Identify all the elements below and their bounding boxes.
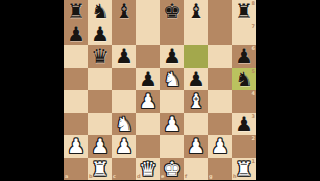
video-frame: ♜♞♝♚♝♜8♟♟7♛♟♟♟6♟♞♟♞5♟♝4♞♟♟3♟♟♟♟♟2a♜bc♛d♚… xyxy=(0,0,320,180)
square-c6[interactable]: ♟ xyxy=(112,45,136,68)
piece-black-pawn[interactable]: ♟ xyxy=(115,45,133,68)
square-b7[interactable]: ♟ xyxy=(88,23,112,46)
square-a3[interactable] xyxy=(64,113,88,136)
square-h5[interactable]: ♞5 xyxy=(232,68,256,91)
square-c7[interactable] xyxy=(112,23,136,46)
square-c3[interactable]: ♞ xyxy=(112,113,136,136)
square-h2[interactable]: 2 xyxy=(232,135,256,158)
piece-black-pawn[interactable]: ♟ xyxy=(67,23,85,46)
square-d2[interactable] xyxy=(136,135,160,158)
square-f1[interactable]: f xyxy=(184,158,208,181)
piece-black-pawn[interactable]: ♟ xyxy=(235,113,253,136)
square-g2[interactable]: ♟ xyxy=(208,135,232,158)
piece-white-knight[interactable]: ♞ xyxy=(163,68,181,91)
square-h3[interactable]: ♟3 xyxy=(232,113,256,136)
square-f6[interactable] xyxy=(184,45,208,68)
coordinate-file-a: a xyxy=(65,174,68,179)
square-e6[interactable]: ♟ xyxy=(160,45,184,68)
square-h4[interactable]: 4 xyxy=(232,90,256,113)
piece-white-king[interactable]: ♚ xyxy=(163,158,181,181)
square-d1[interactable]: ♛d xyxy=(136,158,160,181)
square-f2[interactable]: ♟ xyxy=(184,135,208,158)
square-c8[interactable]: ♝ xyxy=(112,0,136,23)
square-b4[interactable] xyxy=(88,90,112,113)
piece-white-pawn[interactable]: ♟ xyxy=(211,135,229,158)
piece-white-pawn[interactable]: ♟ xyxy=(163,113,181,136)
piece-black-rook[interactable]: ♜ xyxy=(67,0,85,23)
square-d7[interactable] xyxy=(136,23,160,46)
square-c4[interactable] xyxy=(112,90,136,113)
square-g8[interactable] xyxy=(208,0,232,23)
piece-black-rook[interactable]: ♜ xyxy=(235,0,253,23)
square-b5[interactable] xyxy=(88,68,112,91)
square-g6[interactable] xyxy=(208,45,232,68)
piece-white-rook[interactable]: ♜ xyxy=(235,158,253,181)
square-e5[interactable]: ♞ xyxy=(160,68,184,91)
piece-white-pawn[interactable]: ♟ xyxy=(115,135,133,158)
piece-black-bishop[interactable]: ♝ xyxy=(115,0,133,23)
square-b3[interactable] xyxy=(88,113,112,136)
coordinate-file-f: f xyxy=(185,174,187,179)
coordinate-file-g: g xyxy=(209,174,213,179)
piece-black-knight[interactable]: ♞ xyxy=(91,0,109,23)
piece-black-bishop[interactable]: ♝ xyxy=(187,0,205,23)
coordinate-file-c: c xyxy=(113,174,116,179)
piece-black-pawn[interactable]: ♟ xyxy=(91,23,109,46)
square-g5[interactable] xyxy=(208,68,232,91)
square-e4[interactable] xyxy=(160,90,184,113)
piece-black-queen[interactable]: ♛ xyxy=(91,45,109,68)
square-h1[interactable]: ♜1h xyxy=(232,158,256,181)
piece-white-pawn[interactable]: ♟ xyxy=(187,135,205,158)
square-f7[interactable] xyxy=(184,23,208,46)
square-f5[interactable]: ♟ xyxy=(184,68,208,91)
square-c1[interactable]: c xyxy=(112,158,136,181)
square-a5[interactable] xyxy=(64,68,88,91)
coordinate-rank-2: 2 xyxy=(252,136,255,141)
square-f8[interactable]: ♝ xyxy=(184,0,208,23)
piece-black-knight[interactable]: ♞ xyxy=(235,68,253,91)
piece-black-pawn[interactable]: ♟ xyxy=(235,45,253,68)
square-d8[interactable] xyxy=(136,0,160,23)
square-d6[interactable] xyxy=(136,45,160,68)
square-b8[interactable]: ♞ xyxy=(88,0,112,23)
square-f3[interactable] xyxy=(184,113,208,136)
square-h7[interactable]: 7 xyxy=(232,23,256,46)
square-b2[interactable]: ♟ xyxy=(88,135,112,158)
square-f4[interactable]: ♝ xyxy=(184,90,208,113)
square-e8[interactable]: ♚ xyxy=(160,0,184,23)
square-b6[interactable]: ♛ xyxy=(88,45,112,68)
square-d4[interactable]: ♟ xyxy=(136,90,160,113)
square-e1[interactable]: ♚e xyxy=(160,158,184,181)
square-g1[interactable]: g xyxy=(208,158,232,181)
square-g4[interactable] xyxy=(208,90,232,113)
coordinate-rank-4: 4 xyxy=(252,91,255,96)
square-d5[interactable]: ♟ xyxy=(136,68,160,91)
square-g3[interactable] xyxy=(208,113,232,136)
piece-black-king[interactable]: ♚ xyxy=(163,0,181,23)
square-h8[interactable]: ♜8 xyxy=(232,0,256,23)
square-c5[interactable] xyxy=(112,68,136,91)
square-h6[interactable]: ♟6 xyxy=(232,45,256,68)
square-a7[interactable]: ♟ xyxy=(64,23,88,46)
square-a8[interactable]: ♜ xyxy=(64,0,88,23)
square-c2[interactable]: ♟ xyxy=(112,135,136,158)
square-e7[interactable] xyxy=(160,23,184,46)
square-a2[interactable]: ♟ xyxy=(64,135,88,158)
piece-white-pawn[interactable]: ♟ xyxy=(91,135,109,158)
square-g7[interactable] xyxy=(208,23,232,46)
piece-black-pawn[interactable]: ♟ xyxy=(187,68,205,91)
letterbox-left xyxy=(0,0,64,180)
square-b1[interactable]: ♜b xyxy=(88,158,112,181)
piece-black-pawn[interactable]: ♟ xyxy=(139,68,157,91)
piece-white-bishop[interactable]: ♝ xyxy=(187,90,205,113)
square-a6[interactable] xyxy=(64,45,88,68)
square-e3[interactable]: ♟ xyxy=(160,113,184,136)
piece-white-rook[interactable]: ♜ xyxy=(91,158,109,181)
piece-white-queen[interactable]: ♛ xyxy=(139,158,157,181)
piece-white-knight[interactable]: ♞ xyxy=(115,113,133,136)
piece-white-pawn[interactable]: ♟ xyxy=(67,135,85,158)
square-a4[interactable] xyxy=(64,90,88,113)
square-e2[interactable] xyxy=(160,135,184,158)
coordinate-rank-7: 7 xyxy=(252,24,255,29)
chess-board[interactable]: ♜♞♝♚♝♜8♟♟7♛♟♟♟6♟♞♟♞5♟♝4♞♟♟3♟♟♟♟♟2a♜bc♛d♚… xyxy=(64,0,256,180)
square-d3[interactable] xyxy=(136,113,160,136)
square-a1[interactable]: a xyxy=(64,158,88,181)
letterbox-right xyxy=(256,0,320,180)
piece-white-pawn[interactable]: ♟ xyxy=(139,90,157,113)
piece-black-pawn[interactable]: ♟ xyxy=(163,45,181,68)
